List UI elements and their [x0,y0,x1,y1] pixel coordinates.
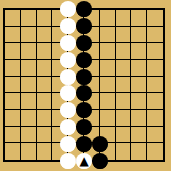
black-stone[interactable]: ● [76,85,92,101]
black-stone[interactable]: ● [76,1,92,17]
go-board-diagram: ●●●●●●●●●●●●●●●●●●●●●▲● [0,0,171,171]
white-stone[interactable]: ● [60,35,76,51]
stone-circle-glyph: ● [60,153,76,169]
white-stone[interactable]: ● [60,18,76,34]
white-stone[interactable]: ● [60,52,76,68]
black-stone[interactable]: ● [76,35,92,51]
stone-circle-glyph: ● [60,85,76,101]
white-stone[interactable]: ● [60,136,76,152]
stone-circle-glyph: ● [60,136,76,152]
stone-circle-glyph: ● [76,119,92,135]
stone-circle-glyph: ● [92,153,108,169]
black-stone[interactable]: ● [76,18,92,34]
black-stone[interactable]: ● [76,69,92,85]
white-stone[interactable]: ● [60,85,76,101]
stone-circle-glyph: ● [76,85,92,101]
stone-circle-glyph: ● [76,136,92,152]
stone-circle-glyph: ● [76,69,92,85]
stone-circle-glyph: ● [60,52,76,68]
black-stone[interactable]: ● [76,52,92,68]
black-stone[interactable]: ● [76,119,92,135]
stone-circle-glyph: ● [92,136,108,152]
white-stone[interactable]: ● [60,153,76,169]
white-stone[interactable]: ● [60,1,76,17]
triangle-marker-icon: ▲ [76,153,92,169]
stone-circle-glyph: ● [76,18,92,34]
stone-circle-glyph: ● [60,1,76,17]
stone-circle-glyph: ● [60,102,76,118]
stone-circle-glyph: ● [76,102,92,118]
black-stone[interactable]: ● [92,136,108,152]
black-stone[interactable]: ● [76,136,92,152]
stone-circle-glyph: ● [76,35,92,51]
stone-circle-glyph: ● [76,1,92,17]
black-stone[interactable]: ● [76,102,92,118]
stone-circle-glyph: ● [60,69,76,85]
white-stone-triangle-marked[interactable]: ●▲ [76,153,92,169]
stone-circle-glyph: ● [60,119,76,135]
white-stone[interactable]: ● [60,102,76,118]
black-stone[interactable]: ● [92,153,108,169]
white-stone[interactable]: ● [60,69,76,85]
stones-layer: ●●●●●●●●●●●●●●●●●●●●●▲● [0,0,171,171]
stone-circle-glyph: ● [60,18,76,34]
white-stone[interactable]: ● [60,119,76,135]
stone-circle-glyph: ● [60,35,76,51]
stone-circle-glyph: ● [76,52,92,68]
